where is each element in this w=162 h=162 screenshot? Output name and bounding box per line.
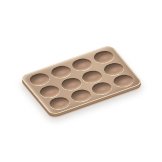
muffin-pan [19,44,143,115]
product-photo-stage [0,0,162,162]
